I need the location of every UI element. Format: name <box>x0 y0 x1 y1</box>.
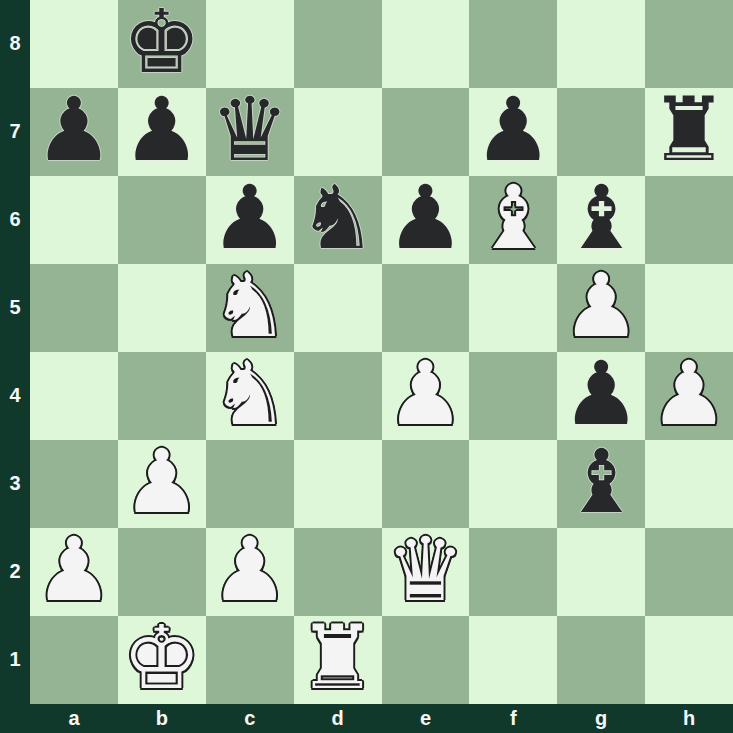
file-label-g: g <box>557 703 645 733</box>
piece-white-pawn: ♟ <box>386 350 465 438</box>
piece-white-pawn: ♟ <box>650 350 729 438</box>
rank-label-8: 8 <box>0 0 30 88</box>
square-h6[interactable] <box>645 176 733 264</box>
square-d8[interactable] <box>294 0 382 88</box>
square-b8[interactable]: ♚ <box>118 0 206 88</box>
square-c4[interactable]: ♞ <box>206 352 294 440</box>
square-b6[interactable] <box>118 176 206 264</box>
square-e2[interactable]: ♛ <box>382 528 470 616</box>
rank-label-7: 7 <box>0 88 30 176</box>
square-b5[interactable] <box>118 264 206 352</box>
square-b4[interactable] <box>118 352 206 440</box>
piece-white-pawn: ♟ <box>34 526 113 614</box>
square-a1[interactable] <box>30 616 118 704</box>
square-g2[interactable] <box>557 528 645 616</box>
piece-black-pawn: ♟ <box>474 86 553 174</box>
square-e7[interactable] <box>382 88 470 176</box>
piece-white-knight: ♞ <box>210 262 289 350</box>
square-e8[interactable] <box>382 0 470 88</box>
file-label-f: f <box>469 703 557 733</box>
square-c2[interactable]: ♟ <box>206 528 294 616</box>
file-label-h: h <box>645 703 733 733</box>
rank-labels: 87654321 <box>0 0 30 703</box>
file-label-e: e <box>382 703 470 733</box>
square-b2[interactable] <box>118 528 206 616</box>
rank-label-3: 3 <box>0 439 30 527</box>
square-b7[interactable]: ♟ <box>118 88 206 176</box>
square-g3[interactable]: ♝ <box>557 440 645 528</box>
square-a3[interactable] <box>30 440 118 528</box>
square-c8[interactable] <box>206 0 294 88</box>
square-d7[interactable] <box>294 88 382 176</box>
rank-label-5: 5 <box>0 264 30 352</box>
piece-black-pawn: ♟ <box>210 174 289 262</box>
square-f3[interactable] <box>469 440 557 528</box>
square-g7[interactable] <box>557 88 645 176</box>
piece-white-knight: ♞ <box>210 350 289 438</box>
piece-white-bishop: ♝ <box>474 174 553 262</box>
square-g8[interactable] <box>557 0 645 88</box>
piece-black-queen: ♛ <box>210 86 289 174</box>
square-h5[interactable] <box>645 264 733 352</box>
square-c1[interactable] <box>206 616 294 704</box>
square-h2[interactable] <box>645 528 733 616</box>
square-f2[interactable] <box>469 528 557 616</box>
rank-label-2: 2 <box>0 527 30 615</box>
square-d5[interactable] <box>294 264 382 352</box>
file-label-a: a <box>30 703 118 733</box>
piece-black-pawn: ♟ <box>122 86 201 174</box>
board: ♚♟♟♛♟♜♟♞♟♝♝♞♟♞♟♟♟♟♝♟♟♛♚♜ <box>30 0 733 703</box>
square-a2[interactable]: ♟ <box>30 528 118 616</box>
square-e4[interactable]: ♟ <box>382 352 470 440</box>
piece-white-pawn: ♟ <box>562 262 641 350</box>
piece-white-king: ♚ <box>122 614 201 702</box>
square-e5[interactable] <box>382 264 470 352</box>
piece-black-knight: ♞ <box>298 174 377 262</box>
square-f8[interactable] <box>469 0 557 88</box>
square-f6[interactable]: ♝ <box>469 176 557 264</box>
piece-white-pawn: ♟ <box>122 438 201 526</box>
file-label-d: d <box>294 703 382 733</box>
square-f7[interactable]: ♟ <box>469 88 557 176</box>
square-d4[interactable] <box>294 352 382 440</box>
rank-label-6: 6 <box>0 176 30 264</box>
square-g1[interactable] <box>557 616 645 704</box>
square-d3[interactable] <box>294 440 382 528</box>
square-a5[interactable] <box>30 264 118 352</box>
square-c5[interactable]: ♞ <box>206 264 294 352</box>
piece-black-bishop: ♝ <box>562 174 641 262</box>
file-label-b: b <box>118 703 206 733</box>
square-a8[interactable] <box>30 0 118 88</box>
square-d6[interactable]: ♞ <box>294 176 382 264</box>
square-g6[interactable]: ♝ <box>557 176 645 264</box>
file-labels: abcdefgh <box>30 703 733 733</box>
square-c6[interactable]: ♟ <box>206 176 294 264</box>
square-a4[interactable] <box>30 352 118 440</box>
square-e6[interactable]: ♟ <box>382 176 470 264</box>
square-b1[interactable]: ♚ <box>118 616 206 704</box>
square-e3[interactable] <box>382 440 470 528</box>
square-g4[interactable]: ♟ <box>557 352 645 440</box>
piece-black-rook: ♜ <box>650 86 729 174</box>
piece-black-bishop: ♝ <box>562 438 641 526</box>
square-e1[interactable] <box>382 616 470 704</box>
square-a7[interactable]: ♟ <box>30 88 118 176</box>
square-b3[interactable]: ♟ <box>118 440 206 528</box>
square-f1[interactable] <box>469 616 557 704</box>
rank-label-4: 4 <box>0 352 30 440</box>
square-a6[interactable] <box>30 176 118 264</box>
square-h7[interactable]: ♜ <box>645 88 733 176</box>
rank-label-1: 1 <box>0 615 30 703</box>
square-d2[interactable] <box>294 528 382 616</box>
square-h8[interactable] <box>645 0 733 88</box>
file-label-c: c <box>206 703 294 733</box>
piece-black-pawn: ♟ <box>34 86 113 174</box>
square-c3[interactable] <box>206 440 294 528</box>
square-h4[interactable]: ♟ <box>645 352 733 440</box>
piece-white-rook: ♜ <box>298 614 377 702</box>
piece-white-pawn: ♟ <box>210 526 289 614</box>
square-h3[interactable] <box>645 440 733 528</box>
piece-black-pawn: ♟ <box>562 350 641 438</box>
square-h1[interactable] <box>645 616 733 704</box>
chess-board-frame: 87654321 ♚♟♟♛♟♜♟♞♟♝♝♞♟♞♟♟♟♟♝♟♟♛♚♜ abcdef… <box>0 0 733 733</box>
piece-black-king: ♚ <box>122 0 201 86</box>
square-f5[interactable] <box>469 264 557 352</box>
piece-white-queen: ♛ <box>386 526 465 614</box>
square-d1[interactable]: ♜ <box>294 616 382 704</box>
square-g5[interactable]: ♟ <box>557 264 645 352</box>
square-f4[interactable] <box>469 352 557 440</box>
piece-black-pawn: ♟ <box>386 174 465 262</box>
square-c7[interactable]: ♛ <box>206 88 294 176</box>
